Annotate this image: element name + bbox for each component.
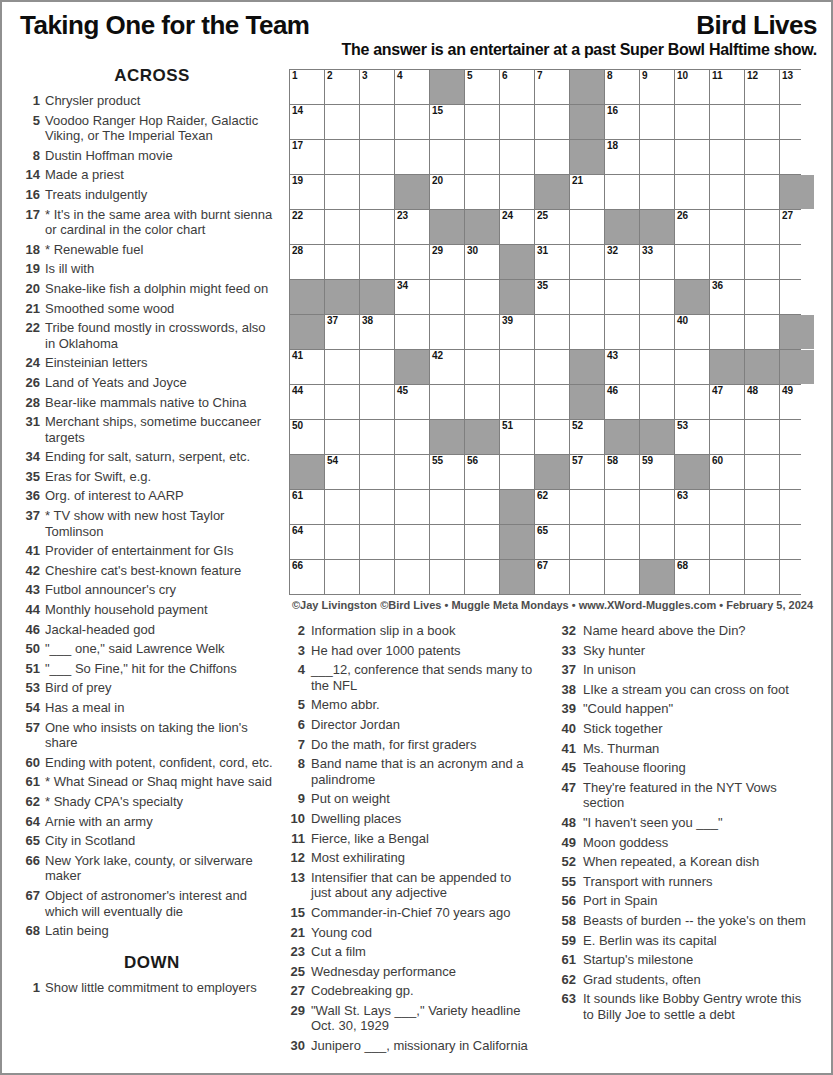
across-clue-34: 34Ending for salt, saturn, serpent, etc.	[16, 449, 288, 465]
clue-number: 38	[560, 682, 576, 698]
cell-r4c6[interactable]	[465, 175, 499, 209]
cell-r5c2[interactable]	[325, 210, 359, 244]
cell-r6c13[interactable]	[710, 245, 744, 279]
cell-r15c3[interactable]	[360, 560, 394, 594]
cell-r13c5[interactable]	[430, 490, 464, 524]
block-r4c4	[395, 175, 429, 209]
cell-r8c4[interactable]	[395, 315, 429, 349]
down-clue-27: 27Codebreaking gp.	[289, 983, 539, 999]
cell-r10c2[interactable]	[325, 385, 359, 419]
clue-text: They're featured in the NYT Vows section	[583, 780, 809, 811]
cell-r7c15[interactable]	[780, 280, 814, 314]
cell-r13c2[interactable]	[325, 490, 359, 524]
cell-r1c6[interactable]: 5	[465, 70, 499, 104]
block-r7c12	[675, 280, 709, 314]
down-clue-29: 29"Wall St. Lays ___," Variety headline …	[289, 1003, 539, 1034]
cell-r3c4[interactable]	[395, 140, 429, 174]
cell-r2c12[interactable]	[675, 105, 709, 139]
cell-r1c15[interactable]: 13	[780, 70, 814, 104]
cell-r7c9[interactable]	[570, 280, 604, 314]
cell-r2c5[interactable]: 15	[430, 105, 464, 139]
cell-r8c2[interactable]: 37	[325, 315, 359, 349]
cell-r12c5[interactable]: 55	[430, 455, 464, 489]
cell-r13c13[interactable]	[710, 490, 744, 524]
cell-r7c8[interactable]: 35	[535, 280, 569, 314]
cell-r15c10[interactable]	[605, 560, 639, 594]
cell-r2c7[interactable]	[500, 105, 534, 139]
cell-r2c15[interactable]	[780, 105, 814, 139]
across-clue-62: 62* Shady CPA's specialty	[16, 794, 288, 810]
cell-r14c9[interactable]	[570, 525, 604, 559]
cell-r15c6[interactable]	[465, 560, 499, 594]
cell-number-45: 45	[397, 386, 408, 396]
clue-text: Grad students, often	[583, 972, 809, 988]
cell-r9c10[interactable]: 43	[605, 350, 639, 384]
cell-r6c6[interactable]: 30	[465, 245, 499, 279]
cell-number-30: 30	[467, 246, 478, 256]
cell-r14c2[interactable]	[325, 525, 359, 559]
cell-r4c1[interactable]: 19	[290, 175, 324, 209]
cell-r10c4[interactable]: 45	[395, 385, 429, 419]
cell-r4c13[interactable]	[710, 175, 744, 209]
across-clue-8: 8Dustin Hoffman movie	[16, 148, 288, 164]
cell-r15c5[interactable]	[430, 560, 464, 594]
clue-text: "___ So Fine," hit for the Chiffons	[45, 661, 279, 677]
cell-r9c1[interactable]: 41	[290, 350, 324, 384]
cell-r6c14[interactable]	[745, 245, 779, 279]
cell-r13c12[interactable]: 63	[675, 490, 709, 524]
cell-r3c15[interactable]	[780, 140, 814, 174]
cell-r1c2[interactable]: 2	[325, 70, 359, 104]
cell-r14c12[interactable]	[675, 525, 709, 559]
cell-r13c3[interactable]	[360, 490, 394, 524]
clue-text: Made a priest	[45, 167, 279, 183]
cell-r8c3[interactable]: 38	[360, 315, 394, 349]
cell-r15c9[interactable]	[570, 560, 604, 594]
cell-r7c5[interactable]	[430, 280, 464, 314]
down-clue-13: 13Intensifier that can be appended to ju…	[289, 870, 539, 901]
clue-text: Jackal-headed god	[45, 622, 279, 638]
cell-r9c11[interactable]	[640, 350, 674, 384]
cell-r14c11[interactable]	[640, 525, 674, 559]
cell-r1c8[interactable]: 7	[535, 70, 569, 104]
cell-r12c3[interactable]	[360, 455, 394, 489]
cell-r11c15[interactable]	[780, 420, 814, 454]
cell-r3c2[interactable]	[325, 140, 359, 174]
cell-r4c14[interactable]	[745, 175, 779, 209]
down-clue-47: 47They're featured in the NYT Vows secti…	[560, 780, 822, 811]
cell-r10c10[interactable]: 46	[605, 385, 639, 419]
cell-r10c6[interactable]	[465, 385, 499, 419]
cell-number-8: 8	[607, 71, 613, 81]
clue-number: 32	[560, 623, 576, 639]
cell-r6c4[interactable]	[395, 245, 429, 279]
down-clue-62: 62Grad students, often	[560, 972, 822, 988]
cell-number-2: 2	[327, 71, 333, 81]
cell-r13c10[interactable]	[605, 490, 639, 524]
clue-number: 42	[16, 563, 40, 579]
block-r9c13	[710, 350, 744, 384]
clue-number: 36	[16, 488, 40, 504]
clue-number: 41	[16, 543, 40, 559]
cell-r10c5[interactable]	[430, 385, 464, 419]
clue-number: 27	[289, 983, 305, 999]
cell-r15c8[interactable]: 67	[535, 560, 569, 594]
clue-number: 68	[16, 923, 40, 939]
block-r11c11	[640, 420, 674, 454]
cell-r9c6[interactable]	[465, 350, 499, 384]
cell-r3c1[interactable]: 17	[290, 140, 324, 174]
down-clue-45: 45Teahouse flooring	[560, 760, 822, 776]
cell-r10c3[interactable]	[360, 385, 394, 419]
block-r4c15	[780, 175, 814, 209]
cell-r3c11[interactable]	[640, 140, 674, 174]
cell-r11c14[interactable]	[745, 420, 779, 454]
clue-text: Cheshire cat's best-known feature	[45, 563, 279, 579]
cell-r14c14[interactable]	[745, 525, 779, 559]
cell-r11c2[interactable]	[325, 420, 359, 454]
cell-r8c11[interactable]	[640, 315, 674, 349]
cell-r3c8[interactable]	[535, 140, 569, 174]
cell-r9c8[interactable]	[535, 350, 569, 384]
cell-r13c9[interactable]	[570, 490, 604, 524]
cell-r8c6[interactable]	[465, 315, 499, 349]
cell-r15c15[interactable]	[780, 560, 814, 594]
clue-number: 37	[560, 662, 576, 678]
cell-number-44: 44	[292, 386, 303, 396]
across-column: ACROSS 1Chrysler product5Voodoo Ranger H…	[16, 66, 288, 999]
cell-r6c11[interactable]: 33	[640, 245, 674, 279]
across-clue-46: 46Jackal-headed god	[16, 622, 288, 638]
cell-r13c4[interactable]	[395, 490, 429, 524]
cell-r14c15[interactable]	[780, 525, 814, 559]
cell-r7c13[interactable]: 36	[710, 280, 744, 314]
cell-number-49: 49	[782, 386, 793, 396]
cell-r14c6[interactable]	[465, 525, 499, 559]
cell-r10c15[interactable]: 49	[780, 385, 814, 419]
across-clue-37: 37* TV show with new host Taylor Tomlins…	[16, 508, 288, 539]
cell-r8c10[interactable]	[605, 315, 639, 349]
cell-r5c13[interactable]	[710, 210, 744, 244]
cell-r10c13[interactable]: 47	[710, 385, 744, 419]
cell-r2c6[interactable]	[465, 105, 499, 139]
across-clue-20: 20Snake-like fish a dolphin might feed o…	[16, 281, 288, 297]
cell-r3c12[interactable]	[675, 140, 709, 174]
cell-r1c1[interactable]: 1	[290, 70, 324, 104]
across-clue-43: 43Futbol announcer's cry	[16, 582, 288, 598]
clue-number: 49	[560, 835, 576, 851]
cell-r4c7[interactable]	[500, 175, 534, 209]
cell-r7c11[interactable]	[640, 280, 674, 314]
cell-r3c3[interactable]	[360, 140, 394, 174]
cell-r12c11[interactable]: 59	[640, 455, 674, 489]
down-clue-list-middle: 2Information slip in a book3He had over …	[289, 623, 539, 1054]
cell-number-28: 28	[292, 246, 303, 256]
cell-r11c1[interactable]: 50	[290, 420, 324, 454]
across-clue-35: 35Eras for Swift, e.g.	[16, 469, 288, 485]
cell-r13c6[interactable]	[465, 490, 499, 524]
cell-r13c11[interactable]	[640, 490, 674, 524]
cell-r9c3[interactable]	[360, 350, 394, 384]
across-clue-19: 19Is ill with	[16, 261, 288, 277]
cell-r7c10[interactable]	[605, 280, 639, 314]
cell-number-16: 16	[607, 106, 618, 116]
clue-text: E. Berlin was its capital	[583, 933, 809, 949]
cell-r6c3[interactable]	[360, 245, 394, 279]
cell-r14c5[interactable]	[430, 525, 464, 559]
cell-r1c12[interactable]: 10	[675, 70, 709, 104]
cell-r2c3[interactable]	[360, 105, 394, 139]
clue-text: Latin being	[45, 923, 279, 939]
cell-r11c9[interactable]: 52	[570, 420, 604, 454]
cell-r15c1[interactable]: 66	[290, 560, 324, 594]
cell-r15c13[interactable]	[710, 560, 744, 594]
cell-number-55: 55	[432, 456, 443, 466]
cell-r11c13[interactable]	[710, 420, 744, 454]
cell-r10c12[interactable]	[675, 385, 709, 419]
cell-r1c7[interactable]: 6	[500, 70, 534, 104]
clue-text: City in Scotland	[45, 833, 279, 849]
cell-r15c4[interactable]	[395, 560, 429, 594]
cell-r8c14[interactable]	[745, 315, 779, 349]
down-clue-23: 23Cut a film	[289, 944, 539, 960]
cell-number-43: 43	[607, 351, 618, 361]
cell-number-19: 19	[292, 176, 303, 186]
cell-r11c3[interactable]	[360, 420, 394, 454]
cell-r3c13[interactable]	[710, 140, 744, 174]
cell-r15c12[interactable]: 68	[675, 560, 709, 594]
cell-r4c12[interactable]	[675, 175, 709, 209]
clue-text: Memo abbr.	[311, 697, 533, 713]
across-clue-18: 18* Renewable fuel	[16, 242, 288, 258]
cell-r4c2[interactable]	[325, 175, 359, 209]
clue-text: Ending with potent, confident, cord, etc…	[45, 755, 279, 771]
cell-r11c8[interactable]	[535, 420, 569, 454]
clue-number: 28	[16, 395, 40, 411]
cell-r11c7[interactable]: 51	[500, 420, 534, 454]
block-r6c7	[500, 245, 534, 279]
cell-r13c14[interactable]	[745, 490, 779, 524]
across-clue-41: 41Provider of entertainment for GIs	[16, 543, 288, 559]
cell-r12c4[interactable]	[395, 455, 429, 489]
cell-r8c5[interactable]	[430, 315, 464, 349]
cell-r8c13[interactable]	[710, 315, 744, 349]
cell-r1c11[interactable]: 9	[640, 70, 674, 104]
cell-r12c2[interactable]: 54	[325, 455, 359, 489]
cell-r10c11[interactable]	[640, 385, 674, 419]
cell-r13c1[interactable]: 61	[290, 490, 324, 524]
cell-r14c8[interactable]: 65	[535, 525, 569, 559]
cell-r10c14[interactable]: 48	[745, 385, 779, 419]
cell-r10c1[interactable]: 44	[290, 385, 324, 419]
cell-r9c12[interactable]	[675, 350, 709, 384]
down-column-right: 32Name heard above the Din?33Sky hunter3…	[560, 623, 822, 1026]
cell-r9c5[interactable]: 42	[430, 350, 464, 384]
clue-text: Fierce, like a Bengal	[311, 831, 533, 847]
clue-text: He had over 1000 patents	[311, 643, 533, 659]
cell-r4c10[interactable]	[605, 175, 639, 209]
across-clue-14: 14Made a priest	[16, 167, 288, 183]
cell-r12c15[interactable]	[780, 455, 814, 489]
down-clue-32: 32Name heard above the Din?	[560, 623, 822, 639]
clue-number: 8	[289, 756, 305, 772]
cell-r2c8[interactable]	[535, 105, 569, 139]
cell-r6c5[interactable]: 29	[430, 245, 464, 279]
across-clue-1: 1Chrysler product	[16, 93, 288, 109]
cell-r6c1[interactable]: 28	[290, 245, 324, 279]
block-r5c10	[605, 210, 639, 244]
across-clue-61: 61* What Sinead or Shaq might have said	[16, 774, 288, 790]
clue-text: New York lake, county, or silverware mak…	[45, 853, 279, 884]
cell-r3c10[interactable]: 18	[605, 140, 639, 174]
clue-text: Name heard above the Din?	[583, 623, 809, 639]
cell-number-57: 57	[572, 456, 583, 466]
cell-r13c15[interactable]	[780, 490, 814, 524]
cell-r10c8[interactable]	[535, 385, 569, 419]
cell-r5c7[interactable]: 24	[500, 210, 534, 244]
cell-r6c8[interactable]: 31	[535, 245, 569, 279]
across-header: ACROSS	[16, 66, 288, 86]
cell-r5c3[interactable]	[360, 210, 394, 244]
clue-text: Object of astronomer's interest and whic…	[45, 888, 279, 919]
cell-r5c1[interactable]: 22	[290, 210, 324, 244]
cell-r2c14[interactable]	[745, 105, 779, 139]
cell-r15c14[interactable]	[745, 560, 779, 594]
clue-number: 13	[289, 870, 305, 886]
down-clue-48: 48"I haven't seen you ___"	[560, 815, 822, 831]
clue-number: 53	[16, 680, 40, 696]
cell-r15c2[interactable]	[325, 560, 359, 594]
cell-r12c7[interactable]	[500, 455, 534, 489]
cell-r5c9[interactable]	[570, 210, 604, 244]
cell-r2c1[interactable]: 14	[290, 105, 324, 139]
cell-r5c4[interactable]: 23	[395, 210, 429, 244]
cell-r4c5[interactable]: 20	[430, 175, 464, 209]
clue-text: Junipero ___, missionary in California	[311, 1038, 533, 1054]
cell-r11c4[interactable]	[395, 420, 429, 454]
clue-text: Bird of prey	[45, 680, 279, 696]
cell-r7c4[interactable]: 34	[395, 280, 429, 314]
block-r7c2	[325, 280, 359, 314]
clue-text: * TV show with new host Taylor Tomlinson	[45, 508, 279, 539]
cell-r2c10[interactable]: 16	[605, 105, 639, 139]
cell-r14c13[interactable]	[710, 525, 744, 559]
cell-number-52: 52	[572, 421, 583, 431]
cell-r8c9[interactable]	[570, 315, 604, 349]
cell-r9c2[interactable]	[325, 350, 359, 384]
cell-number-29: 29	[432, 246, 443, 256]
block-r2c9	[570, 105, 604, 139]
cell-r3c6[interactable]	[465, 140, 499, 174]
puzzle-page: Taking One for the Team Bird Lives The a…	[0, 0, 833, 1075]
clue-number: 61	[560, 952, 576, 968]
cell-r6c10[interactable]: 32	[605, 245, 639, 279]
cell-r3c7[interactable]	[500, 140, 534, 174]
cell-r10c7[interactable]	[500, 385, 534, 419]
clue-number: 10	[289, 811, 305, 827]
down-clue-12: 12Most exhilirating	[289, 850, 539, 866]
cell-r14c3[interactable]	[360, 525, 394, 559]
block-r15c11	[640, 560, 674, 594]
cell-r4c11[interactable]	[640, 175, 674, 209]
block-r10c9	[570, 385, 604, 419]
cell-r12c14[interactable]	[745, 455, 779, 489]
down-clue-52: 52When repeated, a Korean dish	[560, 854, 822, 870]
cell-r2c4[interactable]	[395, 105, 429, 139]
cell-r1c3[interactable]: 3	[360, 70, 394, 104]
cell-r5c12[interactable]: 26	[675, 210, 709, 244]
cell-r14c1[interactable]: 64	[290, 525, 324, 559]
cell-number-1: 1	[292, 71, 298, 81]
cell-r6c9[interactable]	[570, 245, 604, 279]
cell-r1c10[interactable]: 8	[605, 70, 639, 104]
cell-r13c8[interactable]: 62	[535, 490, 569, 524]
cell-number-25: 25	[537, 211, 548, 221]
cell-r2c11[interactable]	[640, 105, 674, 139]
cell-r3c5[interactable]	[430, 140, 464, 174]
block-r14c7	[500, 525, 534, 559]
cell-r6c12[interactable]	[675, 245, 709, 279]
cell-r12c10[interactable]: 58	[605, 455, 639, 489]
clue-number: 51	[16, 661, 40, 677]
clue-text: Show little commitment to employers	[45, 980, 279, 996]
cell-r5c15[interactable]: 27	[780, 210, 814, 244]
clue-text: "Wall St. Lays ___," Variety headline Oc…	[311, 1003, 533, 1034]
cell-r5c8[interactable]: 25	[535, 210, 569, 244]
cell-r4c9[interactable]: 21	[570, 175, 604, 209]
clue-number: 15	[289, 905, 305, 921]
clue-number: 29	[289, 1003, 305, 1019]
cell-r8c12[interactable]: 40	[675, 315, 709, 349]
cell-r7c14[interactable]	[745, 280, 779, 314]
cell-r1c14[interactable]: 12	[745, 70, 779, 104]
clue-number: 25	[289, 964, 305, 980]
clue-number: 21	[289, 925, 305, 941]
cell-r6c2[interactable]	[325, 245, 359, 279]
cell-r7c6[interactable]	[465, 280, 499, 314]
cell-r14c10[interactable]	[605, 525, 639, 559]
clue-text: "Could happen"	[583, 701, 809, 717]
across-clue-54: 54Has a meal in	[16, 700, 288, 716]
cell-r12c6[interactable]: 56	[465, 455, 499, 489]
block-r8c1	[290, 315, 324, 349]
cell-r8c7[interactable]: 39	[500, 315, 534, 349]
cell-r14c4[interactable]	[395, 525, 429, 559]
cell-number-61: 61	[292, 491, 303, 501]
cell-r8c8[interactable]	[535, 315, 569, 349]
cell-r11c12[interactable]: 53	[675, 420, 709, 454]
cell-r12c9[interactable]: 57	[570, 455, 604, 489]
cell-r1c4[interactable]: 4	[395, 70, 429, 104]
cell-r3c14[interactable]	[745, 140, 779, 174]
clue-text: Band name that is an acronym and a palin…	[311, 756, 533, 787]
cell-r2c13[interactable]	[710, 105, 744, 139]
cell-r4c3[interactable]	[360, 175, 394, 209]
puzzle-byline: Bird Lives	[696, 10, 817, 41]
cell-r9c7[interactable]	[500, 350, 534, 384]
cell-r12c13[interactable]: 60	[710, 455, 744, 489]
clue-text: Arnie with an army	[45, 814, 279, 830]
cell-r1c13[interactable]: 11	[710, 70, 744, 104]
cell-r6c15[interactable]	[780, 245, 814, 279]
across-clue-66: 66New York lake, county, or silverware m…	[16, 853, 288, 884]
clue-number: 55	[560, 874, 576, 890]
cell-r2c2[interactable]	[325, 105, 359, 139]
cell-r5c14[interactable]	[745, 210, 779, 244]
across-clue-50: 50"___ one," said Lawrence Welk	[16, 641, 288, 657]
across-clue-list: 1Chrysler product5Voodoo Ranger Hop Raid…	[16, 93, 288, 939]
clue-number: 44	[16, 602, 40, 618]
